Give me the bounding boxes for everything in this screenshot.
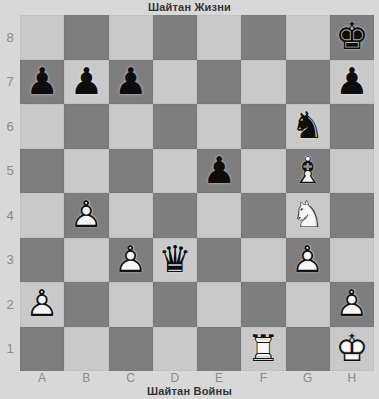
white-pawn-piece[interactable]: ♟♙	[64, 193, 108, 238]
rank-label-7: 7	[0, 60, 20, 105]
rank-label-6: 6	[0, 104, 20, 149]
square-h6[interactable]	[330, 104, 374, 149]
square-a2[interactable]: ♟♙	[20, 282, 64, 327]
square-f7[interactable]	[241, 60, 285, 105]
chess-board[interactable]: ♚♟♟♟♟♞♟♝♗♟♙♞♘♟♙♛♟♙♟♙♟♙♜♖♚♔	[20, 15, 374, 371]
rank-label-1: 1	[0, 327, 20, 372]
square-e6[interactable]	[197, 104, 241, 149]
black-king-piece[interactable]: ♚	[330, 15, 374, 60]
square-f1[interactable]: ♜♖	[241, 327, 285, 372]
square-b7[interactable]: ♟	[64, 60, 108, 105]
top-player-name: Шайтан Жизни	[0, 0, 379, 15]
pawn-glyph-outline: ♙	[330, 282, 374, 327]
square-f3[interactable]	[241, 238, 285, 283]
pawn-glyph-outline: ♙	[64, 193, 108, 238]
square-a8[interactable]	[20, 15, 64, 60]
square-d7[interactable]	[153, 60, 197, 105]
square-h2[interactable]: ♟♙	[330, 282, 374, 327]
square-e1[interactable]	[197, 327, 241, 372]
square-c5[interactable]	[109, 149, 153, 194]
square-f8[interactable]	[241, 15, 285, 60]
square-g4[interactable]: ♞♘	[286, 193, 330, 238]
square-a4[interactable]	[20, 193, 64, 238]
square-g2[interactable]	[286, 282, 330, 327]
rank-label-5: 5	[0, 149, 20, 194]
black-pawn-piece[interactable]: ♟	[64, 60, 108, 105]
black-knight-piece[interactable]: ♞	[286, 104, 330, 149]
file-label-d: D	[153, 371, 197, 385]
square-d8[interactable]	[153, 15, 197, 60]
square-a3[interactable]	[20, 238, 64, 283]
pawn-glyph-fill: ♟	[197, 149, 241, 194]
square-d3[interactable]: ♛	[153, 238, 197, 283]
square-c8[interactable]	[109, 15, 153, 60]
white-rook-piece[interactable]: ♜♖	[241, 327, 285, 372]
square-a5[interactable]	[20, 149, 64, 194]
square-b2[interactable]	[64, 282, 108, 327]
black-pawn-piece[interactable]: ♟	[197, 149, 241, 194]
white-pawn-piece[interactable]: ♟♙	[286, 238, 330, 283]
square-d4[interactable]	[153, 193, 197, 238]
king-glyph-fill: ♚	[330, 15, 374, 60]
bishop-glyph-outline: ♗	[286, 149, 330, 194]
square-f6[interactable]	[241, 104, 285, 149]
square-d6[interactable]	[153, 104, 197, 149]
square-b8[interactable]	[64, 15, 108, 60]
square-c2[interactable]	[109, 282, 153, 327]
square-c3[interactable]: ♟♙	[109, 238, 153, 283]
black-pawn-piece[interactable]: ♟	[20, 60, 64, 105]
square-a6[interactable]	[20, 104, 64, 149]
square-a1[interactable]	[20, 327, 64, 372]
file-label-h: H	[330, 371, 374, 385]
square-d2[interactable]	[153, 282, 197, 327]
black-pawn-piece[interactable]: ♟	[330, 60, 374, 105]
rank-label-3: 3	[0, 238, 20, 283]
pawn-glyph-outline: ♙	[286, 238, 330, 283]
rank-labels: 87654321	[0, 15, 20, 371]
square-g6[interactable]: ♞	[286, 104, 330, 149]
square-b5[interactable]	[64, 149, 108, 194]
file-label-b: B	[64, 371, 108, 385]
square-e4[interactable]	[197, 193, 241, 238]
square-h3[interactable]	[330, 238, 374, 283]
pawn-glyph-fill: ♟	[64, 60, 108, 105]
square-f4[interactable]	[241, 193, 285, 238]
bottom-player-name: Шайтан Войны	[0, 385, 379, 399]
black-pawn-piece[interactable]: ♟	[109, 60, 153, 105]
square-a7[interactable]: ♟	[20, 60, 64, 105]
square-g3[interactable]: ♟♙	[286, 238, 330, 283]
square-b6[interactable]	[64, 104, 108, 149]
white-knight-piece[interactable]: ♞♘	[286, 193, 330, 238]
pawn-glyph-outline: ♙	[109, 238, 153, 283]
square-b3[interactable]	[64, 238, 108, 283]
file-label-c: C	[109, 371, 153, 385]
square-d1[interactable]	[153, 327, 197, 372]
pawn-glyph-fill: ♟	[330, 60, 374, 105]
square-c7[interactable]: ♟	[109, 60, 153, 105]
knight-glyph-fill: ♞	[286, 104, 330, 149]
square-e8[interactable]	[197, 15, 241, 60]
file-label-e: E	[197, 371, 241, 385]
square-g7[interactable]	[286, 60, 330, 105]
square-b4[interactable]: ♟♙	[64, 193, 108, 238]
square-h8[interactable]: ♚	[330, 15, 374, 60]
white-pawn-piece[interactable]: ♟♙	[330, 282, 374, 327]
white-bishop-piece[interactable]: ♝♗	[286, 149, 330, 194]
square-g5[interactable]: ♝♗	[286, 149, 330, 194]
square-g8[interactable]	[286, 15, 330, 60]
square-h7[interactable]: ♟	[330, 60, 374, 105]
rank-label-4: 4	[0, 193, 20, 238]
file-labels: ABCDEFGH	[20, 371, 374, 385]
queen-glyph-fill: ♛	[153, 238, 197, 283]
file-label-g: G	[286, 371, 330, 385]
square-e2[interactable]	[197, 282, 241, 327]
white-king-piece[interactable]: ♚♔	[330, 327, 374, 372]
square-f5[interactable]	[241, 149, 285, 194]
black-queen-piece[interactable]: ♛	[153, 238, 197, 283]
square-h5[interactable]	[330, 149, 374, 194]
rank-label-8: 8	[0, 15, 20, 60]
square-c4[interactable]	[109, 193, 153, 238]
square-c1[interactable]	[109, 327, 153, 372]
king-glyph-outline: ♔	[330, 327, 374, 372]
square-e5[interactable]: ♟	[197, 149, 241, 194]
pawn-glyph-outline: ♙	[20, 282, 64, 327]
white-pawn-piece[interactable]: ♟♙	[109, 238, 153, 283]
knight-glyph-outline: ♘	[286, 193, 330, 238]
square-e7[interactable]	[197, 60, 241, 105]
file-label-a: A	[20, 371, 64, 385]
white-pawn-piece[interactable]: ♟♙	[20, 282, 64, 327]
pawn-glyph-fill: ♟	[109, 60, 153, 105]
rook-glyph-outline: ♖	[241, 327, 285, 372]
square-h4[interactable]	[330, 193, 374, 238]
square-e3[interactable]	[197, 238, 241, 283]
file-label-f: F	[241, 371, 285, 385]
square-g1[interactable]	[286, 327, 330, 372]
rank-label-2: 2	[0, 282, 20, 327]
square-d5[interactable]	[153, 149, 197, 194]
pawn-glyph-fill: ♟	[20, 60, 64, 105]
square-f2[interactable]	[241, 282, 285, 327]
board-area: 87654321 ♚♟♟♟♟♞♟♝♗♟♙♞♘♟♙♛♟♙♟♙♟♙♜♖♚♔	[0, 15, 379, 371]
chess-app-window: Шайтан Жизни 87654321 ♚♟♟♟♟♞♟♝♗♟♙♞♘♟♙♛♟♙…	[0, 0, 379, 399]
square-b1[interactable]	[64, 327, 108, 372]
square-h1[interactable]: ♚♔	[330, 327, 374, 372]
square-c6[interactable]	[109, 104, 153, 149]
